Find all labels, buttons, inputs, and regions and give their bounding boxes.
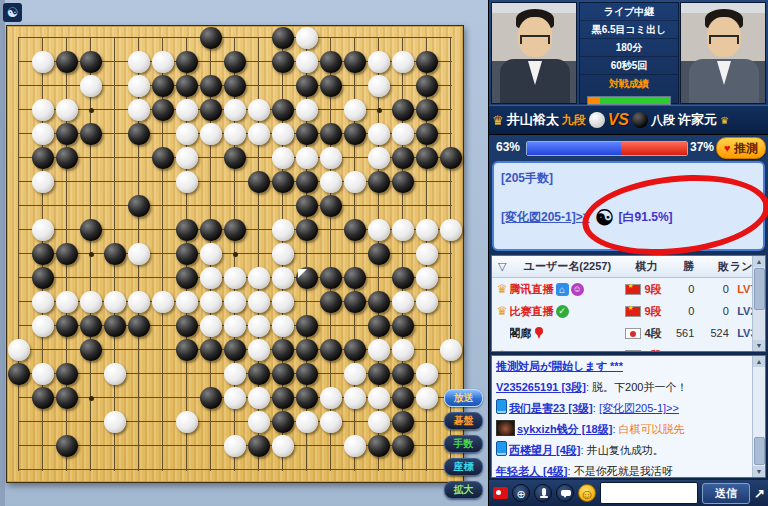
white-stone <box>296 99 318 121</box>
white-stone <box>248 387 270 409</box>
komi-label: 黒6.5目コミ出し <box>580 21 678 39</box>
black-stone <box>176 51 198 73</box>
winrate-row: 63% 37% ♥ 推測 <box>489 137 768 158</box>
white-stone <box>224 267 246 289</box>
chat-message: 西楼望月 [4段]: 井山复仇成功。 <box>492 440 765 461</box>
row-badge: ♛ <box>495 282 510 296</box>
user-name-cell: tlecn <box>510 349 626 352</box>
black-stone <box>176 75 198 97</box>
chat-message: V235265191 [3段]: 脱。下200并一个！ <box>492 377 765 398</box>
star-point <box>89 108 94 113</box>
white-stone <box>152 51 174 73</box>
crown-icon: ♛ <box>492 113 504 128</box>
chat-scroll-thumb[interactable] <box>754 437 765 465</box>
black-stone <box>440 147 462 169</box>
white-stone <box>200 267 222 289</box>
chat-text: 白棋可以脱先 <box>619 423 685 435</box>
crown-icon: ♛ <box>497 304 508 318</box>
col-losses[interactable]: 敗 <box>694 259 728 274</box>
black-stone <box>344 51 366 73</box>
black-stone <box>56 435 78 457</box>
white-stone <box>344 99 366 121</box>
chat-scrollbar[interactable]: ▲ ▼ <box>752 356 765 477</box>
black-stone <box>224 339 246 361</box>
white-stone <box>32 315 54 337</box>
black-stone <box>200 27 222 49</box>
white-stone <box>440 339 462 361</box>
white-stone <box>272 291 294 313</box>
black-stone <box>80 51 102 73</box>
black-stone <box>296 339 318 361</box>
black-stone-icon <box>632 112 648 128</box>
board-area: ☯ 放送碁盤手数座標拡大 <box>0 0 488 506</box>
chat-variation-link[interactable]: [変化図205-1]>> <box>599 402 679 414</box>
black-stone <box>272 411 294 433</box>
cn-flag-icon <box>625 284 641 295</box>
white-stone <box>224 99 246 121</box>
right-player-rank: 八段 <box>651 112 675 129</box>
left-edge-strip <box>0 0 5 506</box>
left-player-photo <box>491 2 577 104</box>
black-stone <box>128 195 150 217</box>
white-stone <box>32 219 54 241</box>
table-row[interactable]: ♛tlecn9段1314615LV9 <box>492 344 765 352</box>
white-stone <box>248 411 270 433</box>
white-stone <box>104 291 126 313</box>
app-logo-icon: ☯ <box>3 3 22 22</box>
user-losses: 0 <box>694 283 728 295</box>
black-stone <box>152 75 174 97</box>
scroll-up-icon[interactable]: ▲ <box>753 256 765 267</box>
user-wins: 0 <box>667 305 694 317</box>
white-stone <box>248 99 270 121</box>
black-stone <box>344 267 366 289</box>
white-stone <box>176 99 198 121</box>
record-label: 対戦成績 <box>580 75 678 92</box>
white-stone <box>320 171 342 193</box>
avatar <box>496 420 515 436</box>
black-stone <box>56 243 78 265</box>
white-stone <box>176 291 198 313</box>
chat-user-link[interactable]: 年轻老人 [4级] <box>496 465 568 477</box>
white-stone <box>296 51 318 73</box>
chat-user-link[interactable]: 西楼望月 [4段] <box>509 444 581 456</box>
black-stone <box>200 99 222 121</box>
table-row[interactable]: ♛腾讯直播⌂☺9段00LV7 <box>492 278 765 300</box>
black-stone <box>152 99 174 121</box>
black-stone <box>416 147 438 169</box>
black-stone <box>224 147 246 169</box>
table-row[interactable]: ♛比赛直播✓9段00LV2 <box>492 300 765 322</box>
white-stone <box>32 123 54 145</box>
glasses <box>520 35 550 44</box>
right-player-name: 许家元 <box>678 111 717 129</box>
star-point <box>89 252 94 257</box>
black-stone <box>56 123 78 145</box>
white-stone <box>320 387 342 409</box>
left-player-rank: 九段 <box>562 112 586 129</box>
strength-cell: 9段 <box>625 304 667 319</box>
black-stone <box>272 363 294 385</box>
byoyomi-label: 60秒5回 <box>580 57 678 75</box>
black-stone <box>32 267 54 289</box>
guess-button[interactable]: ♥ 推測 <box>716 137 766 159</box>
board-button-放送[interactable]: 放送 <box>444 389 483 407</box>
white-stone <box>224 363 246 385</box>
black-stone <box>368 435 390 457</box>
chat-input-bar: ⊕ ☺ 送信 ↗ <box>489 480 768 506</box>
chat-system-line[interactable]: 推測対局が開始します *** <box>496 360 623 372</box>
time-label: 180分 <box>580 39 678 57</box>
black-stone <box>56 51 78 73</box>
black-stone <box>56 387 78 409</box>
black-stone <box>392 267 414 289</box>
user-wins: 0 <box>667 283 694 295</box>
chat-body: V235265191 [3段]: 脱。下200并一个！我们是害23 [3级]: … <box>492 377 765 478</box>
star-point <box>233 252 238 257</box>
white-stone <box>344 387 366 409</box>
black-stone <box>416 75 438 97</box>
strength-cell: 4段 <box>625 326 667 341</box>
black-stone <box>272 387 294 409</box>
white-stone <box>344 171 366 193</box>
filter-icon[interactable]: ▽ <box>495 260 510 273</box>
white-stone <box>440 219 462 241</box>
user-losses: 0 <box>694 305 728 317</box>
chat-user-link[interactable]: sykxizh钱分 [18级] <box>517 423 612 435</box>
camera-icon[interactable] <box>493 487 508 499</box>
record-bar <box>587 96 671 105</box>
red-annotation-ellipse <box>578 166 768 263</box>
chat-message: 我们是害23 [3级]: [変化図205-1]>> <box>492 398 765 419</box>
black-stone <box>200 387 222 409</box>
right-winrate: 37% <box>690 140 714 154</box>
pin-icon <box>534 327 544 340</box>
board-button-手数[interactable]: 手数 <box>444 435 483 453</box>
black-stone <box>200 219 222 241</box>
black-stone <box>272 51 294 73</box>
white-stone <box>368 51 390 73</box>
white-stone <box>224 123 246 145</box>
user-wins: 561 <box>667 327 694 339</box>
white-stone <box>104 411 126 433</box>
chat-user-link[interactable]: V235265191 [3段] <box>496 381 586 393</box>
black-stone <box>320 339 342 361</box>
chat-input[interactable] <box>600 482 698 504</box>
app-window: ☯ 放送碁盤手数座標拡大 ライブ中継 黒6.5目コミ出し 180分 60秒5回 … <box>0 0 768 506</box>
black-stone <box>32 387 54 409</box>
user-wins: 1314 <box>667 349 694 352</box>
white-stone <box>296 147 318 169</box>
variation-link[interactable]: [変化図205-1]>> <box>501 209 590 226</box>
speech-bubble-icon[interactable] <box>556 484 574 502</box>
white-stone <box>128 51 150 73</box>
white-stone <box>200 123 222 145</box>
black-stone <box>320 195 342 217</box>
black-stone <box>296 363 318 385</box>
white-stone <box>416 267 438 289</box>
white-stone <box>392 123 414 145</box>
winrate-bar-blue <box>527 142 621 155</box>
black-stone <box>368 291 390 313</box>
exit-arrow-icon[interactable]: ↗ <box>754 486 765 501</box>
phone-icon <box>496 399 507 414</box>
white-stone <box>176 171 198 193</box>
white-stone <box>176 123 198 145</box>
vs-label: VS <box>608 111 629 129</box>
white-stone <box>368 147 390 169</box>
white-stone <box>128 243 150 265</box>
chat-message: sykxizh钱分 [18级]: 白棋可以脱先 <box>492 419 765 440</box>
white-stone <box>416 363 438 385</box>
black-stone <box>248 171 270 193</box>
black-stone <box>200 339 222 361</box>
user-losses: 524 <box>694 327 728 339</box>
board-button-座標[interactable]: 座標 <box>444 458 483 476</box>
black-stone <box>368 363 390 385</box>
white-stone <box>32 171 54 193</box>
white-stone <box>32 363 54 385</box>
white-stone <box>296 27 318 49</box>
black-stone <box>368 243 390 265</box>
send-button[interactable]: 送信 <box>702 483 750 504</box>
chat-user-link[interactable]: 我们是害23 [3级] <box>509 402 593 414</box>
left-player-name: 井山裕太 <box>507 111 559 129</box>
white-stone <box>200 315 222 337</box>
black-stone <box>224 75 246 97</box>
white-stone <box>272 147 294 169</box>
black-stone <box>80 315 102 337</box>
right-player-photo <box>680 2 766 104</box>
white-stone <box>320 411 342 433</box>
col-username[interactable]: ユーザー名(2257) <box>510 259 626 274</box>
white-stone <box>248 315 270 337</box>
user-losses: 615 <box>694 349 728 352</box>
table-body: ♛腾讯直播⌂☺9段00LV7♛比赛直播✓9段00LV2閣廊4段561524LV3… <box>492 278 765 352</box>
white-stone <box>272 123 294 145</box>
black-stone <box>296 123 318 145</box>
winrate-bar <box>526 141 688 156</box>
user-strength: 4段 <box>644 326 661 341</box>
chat-text: 脱。下200并一个！ <box>592 381 687 393</box>
row-badge: ♛ <box>495 348 510 352</box>
smiley-icon[interactable]: ☺ <box>578 484 596 502</box>
black-stone <box>176 243 198 265</box>
user-name-cell: 比赛直播✓ <box>510 304 626 319</box>
table-row[interactable]: 閣廊4段561524LV3 <box>492 322 765 344</box>
chat-text: 井山复仇成功。 <box>587 444 664 456</box>
white-stone <box>32 291 54 313</box>
black-stone <box>296 387 318 409</box>
user-name[interactable]: 比赛直播 <box>510 304 554 319</box>
black-stone <box>392 411 414 433</box>
scroll-down-icon[interactable]: ▼ <box>753 340 765 351</box>
last-move-marker <box>298 269 307 278</box>
left-winrate: 63% <box>496 140 520 154</box>
table-scroll-thumb[interactable] <box>754 268 765 310</box>
white-stone <box>248 339 270 361</box>
white-stone <box>56 99 78 121</box>
black-stone <box>224 51 246 73</box>
goban[interactable] <box>6 25 464 483</box>
face-icon: ☺ <box>571 283 584 296</box>
black-stone <box>416 51 438 73</box>
white-stone <box>416 243 438 265</box>
black-stone <box>200 75 222 97</box>
black-stone <box>176 267 198 289</box>
black-stone <box>152 147 174 169</box>
winrate-bar-red <box>621 142 687 155</box>
white-stone <box>392 219 414 241</box>
variation-panel: [205手数] [変化図205-1]>> ☯ [白91.5%] <box>492 161 765 251</box>
player-name-bar: ♛ 井山裕太 九段 VS 八段 许家元 ♛ <box>489 105 768 135</box>
white-stone <box>320 147 342 169</box>
phone-icon <box>496 441 507 456</box>
board-button-碁盤[interactable]: 碁盤 <box>444 412 483 430</box>
col-strength[interactable]: 棋力 <box>625 259 667 274</box>
white-stone <box>272 219 294 241</box>
black-stone <box>272 171 294 193</box>
white-stone <box>272 243 294 265</box>
black-stone <box>176 315 198 337</box>
heart-icon: ♥ <box>724 142 731 154</box>
table-scrollbar[interactable]: ▲ ▼ <box>752 256 765 351</box>
black-stone <box>56 147 78 169</box>
black-stone <box>80 123 102 145</box>
white-stone <box>368 411 390 433</box>
white-stone <box>344 435 366 457</box>
white-stone <box>368 219 390 241</box>
black-stone <box>344 219 366 241</box>
black-stone <box>80 219 102 241</box>
black-stone <box>296 315 318 337</box>
black-stone <box>344 123 366 145</box>
chat-scroll-up-icon[interactable]: ▲ <box>753 356 765 367</box>
white-stone <box>368 339 390 361</box>
house-icon: ⌂ <box>556 283 569 296</box>
black-stone <box>368 171 390 193</box>
board-button-拡大[interactable]: 拡大 <box>444 481 483 499</box>
black-stone <box>392 99 414 121</box>
record-bar-green <box>600 97 670 104</box>
black-stone <box>392 147 414 169</box>
white-stone <box>32 51 54 73</box>
black-stone <box>296 219 318 241</box>
crown-icon: ♛ <box>497 282 508 296</box>
black-stone <box>248 435 270 457</box>
black-stone <box>320 75 342 97</box>
white-stone <box>416 219 438 241</box>
chat-scroll-down-icon[interactable]: ▼ <box>753 466 765 477</box>
black-stone <box>344 291 366 313</box>
black-stone <box>296 171 318 193</box>
match-info-box: ライブ中継 黒6.5目コミ出し 180分 60秒5回 対戦成績 <box>579 2 679 104</box>
microphone-icon[interactable] <box>534 484 552 502</box>
white-stone <box>56 291 78 313</box>
black-stone <box>416 99 438 121</box>
black-stone <box>128 123 150 145</box>
black-stone <box>176 219 198 241</box>
crown-icon-right: ♛ <box>720 115 729 126</box>
board-button-stack: 放送碁盤手数座標拡大 <box>444 389 482 504</box>
white-stone <box>296 411 318 433</box>
jp-flag-icon <box>625 350 641 353</box>
black-stone <box>392 315 414 337</box>
black-stone <box>8 363 30 385</box>
white-stone <box>416 387 438 409</box>
black-stone <box>272 27 294 49</box>
white-stone-icon <box>589 112 605 128</box>
medal-icon: ♛ <box>497 348 508 352</box>
black-stone <box>272 99 294 121</box>
black-stone <box>104 243 126 265</box>
black-stone <box>296 195 318 217</box>
white-stone <box>392 291 414 313</box>
cn-flag-icon <box>625 306 641 317</box>
globe-icon[interactable]: ⊕ <box>512 484 530 502</box>
black-stone <box>248 363 270 385</box>
white-stone <box>80 75 102 97</box>
check-icon: ✓ <box>556 305 569 318</box>
white-stone <box>152 291 174 313</box>
black-stone <box>320 123 342 145</box>
black-stone <box>56 363 78 385</box>
black-stone <box>392 363 414 385</box>
white-stone <box>104 363 126 385</box>
white-stone <box>176 147 198 169</box>
user-name-cell: 腾讯直播⌂☺ <box>510 282 626 297</box>
user-name[interactable]: 閣廊 <box>510 326 532 341</box>
star-point <box>377 108 382 113</box>
black-stone <box>56 315 78 337</box>
black-stone <box>392 435 414 457</box>
move-count-label: [205手数] <box>501 170 553 187</box>
black-stone <box>128 315 150 337</box>
black-stone <box>104 315 126 337</box>
white-stone <box>368 387 390 409</box>
col-wins[interactable]: 勝 <box>667 259 694 274</box>
strength-cell: 9段 <box>625 282 667 297</box>
user-table: ▽ ユーザー名(2257) 棋力 勝 敗 ランク ♛腾讯直播⌂☺9段00LV7♛… <box>491 255 766 352</box>
guess-button-label: 推測 <box>734 141 758 155</box>
white-stone <box>416 291 438 313</box>
user-strength: 9段 <box>644 304 661 319</box>
user-name[interactable]: tlecn <box>510 349 536 352</box>
white-stone <box>80 291 102 313</box>
black-stone <box>368 315 390 337</box>
white-stone <box>368 123 390 145</box>
black-stone <box>176 339 198 361</box>
white-stone <box>128 291 150 313</box>
white-stone <box>128 99 150 121</box>
white-stone <box>248 123 270 145</box>
white-stone <box>248 267 270 289</box>
user-strength: 9段 <box>644 348 661 353</box>
black-stone <box>392 387 414 409</box>
white-stone <box>200 243 222 265</box>
black-stone <box>224 219 246 241</box>
white-stone <box>248 291 270 313</box>
chat-message: 年轻老人 [4级]: 不是你死就是我活呀 <box>492 461 765 478</box>
white-stone <box>368 75 390 97</box>
row-badge: ♛ <box>495 304 510 318</box>
strength-cell: 9段 <box>625 348 667 353</box>
glasses <box>709 35 739 44</box>
black-stone <box>416 123 438 145</box>
user-name[interactable]: 腾讯直播 <box>510 282 554 297</box>
white-stone <box>224 387 246 409</box>
white-stone <box>392 51 414 73</box>
